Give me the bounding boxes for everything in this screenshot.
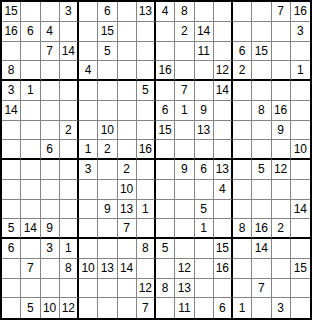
cell-r9c1[interactable] <box>2 160 21 180</box>
cell-r7c10[interactable] <box>175 121 194 141</box>
cell-r8c12[interactable] <box>214 140 233 160</box>
cell-r11c1[interactable] <box>2 200 21 220</box>
cell-r15c5[interactable] <box>79 279 98 299</box>
cell-r6c14: 8 <box>252 101 271 121</box>
cell-r3c4: 14 <box>60 42 79 62</box>
cell-r10c13[interactable] <box>233 180 252 200</box>
cell-r12c16[interactable] <box>291 219 310 239</box>
cell-r11c11: 5 <box>195 200 214 220</box>
cell-r9c12: 13 <box>214 160 233 180</box>
cell-r10c7: 10 <box>118 180 137 200</box>
cell-r5c6[interactable] <box>98 81 117 101</box>
cell-r11c16: 14 <box>291 200 310 220</box>
cell-r4c3[interactable] <box>41 61 60 81</box>
cell-r2c8[interactable] <box>137 22 156 42</box>
cell-r14c12: 16 <box>214 259 233 279</box>
cell-r4c6[interactable] <box>98 61 117 81</box>
cell-r7c9: 15 <box>156 121 175 141</box>
cell-r15c6[interactable] <box>98 279 117 299</box>
cell-r13c3: 3 <box>41 239 60 259</box>
cell-r8c6: 2 <box>98 140 117 160</box>
cell-r13c8: 8 <box>137 239 156 259</box>
cell-r16c11[interactable] <box>195 298 214 318</box>
cell-r12c13: 8 <box>233 219 252 239</box>
cell-r6c16[interactable] <box>291 101 310 121</box>
cell-r7c5[interactable] <box>79 121 98 141</box>
cell-r9c15: 12 <box>272 160 291 180</box>
cell-r1c15: 7 <box>272 2 291 22</box>
cell-r4c10[interactable] <box>175 61 194 81</box>
cell-r7c4: 2 <box>60 121 79 141</box>
cell-r11c7: 13 <box>118 200 137 220</box>
cell-r14c15[interactable] <box>272 259 291 279</box>
cell-r1c4: 3 <box>60 2 79 22</box>
cell-r15c13[interactable] <box>233 279 252 299</box>
cell-r14c8[interactable] <box>137 259 156 279</box>
cell-r3c5[interactable] <box>79 42 98 62</box>
cell-r5c13[interactable] <box>233 81 252 101</box>
cell-r1c1: 15 <box>2 2 21 22</box>
cell-r8c14[interactable] <box>252 140 271 160</box>
cell-r11c2[interactable] <box>21 200 40 220</box>
cell-r7c11: 13 <box>195 121 214 141</box>
cell-r10c16[interactable] <box>291 180 310 200</box>
cell-r9c5: 3 <box>79 160 98 180</box>
cell-r12c3: 9 <box>41 219 60 239</box>
cell-r5c9[interactable] <box>156 81 175 101</box>
cell-r14c7: 14 <box>118 259 137 279</box>
cell-r15c10: 13 <box>175 279 194 299</box>
cell-r13c12: 15 <box>214 239 233 259</box>
cell-r10c9[interactable] <box>156 180 175 200</box>
cell-r8c5: 1 <box>79 140 98 160</box>
cell-r6c15: 16 <box>272 101 291 121</box>
cell-r11c4[interactable] <box>60 200 79 220</box>
cell-r1c10: 8 <box>175 2 194 22</box>
cell-r2c2: 6 <box>21 22 40 42</box>
cell-r5c2: 1 <box>21 81 40 101</box>
cell-r14c16: 15 <box>291 259 310 279</box>
cell-r6c13[interactable] <box>233 101 252 121</box>
cell-r8c8: 16 <box>137 140 156 160</box>
cell-r2c6: 15 <box>98 22 117 42</box>
cell-r16c10: 11 <box>175 298 194 318</box>
cell-r13c15[interactable] <box>272 239 291 259</box>
cell-r9c7: 2 <box>118 160 137 180</box>
cell-r15c12[interactable] <box>214 279 233 299</box>
cell-r3c15[interactable] <box>272 42 291 62</box>
cell-r8c3: 6 <box>41 140 60 160</box>
cell-r9c9[interactable] <box>156 160 175 180</box>
cell-r3c7[interactable] <box>118 42 137 62</box>
cell-r14c11[interactable] <box>195 259 214 279</box>
cell-r2c7[interactable] <box>118 22 137 42</box>
cell-r12c4[interactable] <box>60 219 79 239</box>
cell-r6c9: 6 <box>156 101 175 121</box>
cell-r6c2[interactable] <box>21 101 40 121</box>
cell-r10c5[interactable] <box>79 180 98 200</box>
cell-r16c14[interactable] <box>252 298 271 318</box>
cell-r13c14: 14 <box>252 239 271 259</box>
cell-r14c13[interactable] <box>233 259 252 279</box>
cell-r9c3[interactable] <box>41 160 60 180</box>
cell-r5c10: 7 <box>175 81 194 101</box>
cell-r4c14[interactable] <box>252 61 271 81</box>
cell-r12c12[interactable] <box>214 219 233 239</box>
cell-r15c15[interactable] <box>272 279 291 299</box>
cell-r4c1: 8 <box>2 61 21 81</box>
cell-r15c11[interactable] <box>195 279 214 299</box>
cell-r12c6[interactable] <box>98 219 117 239</box>
cell-r2c5[interactable] <box>79 22 98 42</box>
cell-r11c9[interactable] <box>156 200 175 220</box>
cell-r10c1[interactable] <box>2 180 21 200</box>
cell-r16c8: 7 <box>137 298 156 318</box>
cell-r5c14[interactable] <box>252 81 271 101</box>
cell-r10c2[interactable] <box>21 180 40 200</box>
cell-r10c8[interactable] <box>137 180 156 200</box>
cell-r10c6[interactable] <box>98 180 117 200</box>
cell-r7c8[interactable] <box>137 121 156 141</box>
cell-r8c4[interactable] <box>60 140 79 160</box>
cell-r5c15[interactable] <box>272 81 291 101</box>
cell-r12c11: 1 <box>195 219 214 239</box>
cell-r9c8[interactable] <box>137 160 156 180</box>
cell-r11c15[interactable] <box>272 200 291 220</box>
cell-r4c11[interactable] <box>195 61 214 81</box>
cell-r2c9[interactable] <box>156 22 175 42</box>
cell-r6c4[interactable] <box>60 101 79 121</box>
cell-r9c2[interactable] <box>21 160 40 180</box>
cell-r7c7[interactable] <box>118 121 137 141</box>
cell-r5c11[interactable] <box>195 81 214 101</box>
cell-r11c13[interactable] <box>233 200 252 220</box>
cell-r15c2[interactable] <box>21 279 40 299</box>
cell-r8c15[interactable] <box>272 140 291 160</box>
cell-r3c8[interactable] <box>137 42 156 62</box>
cell-r8c10[interactable] <box>175 140 194 160</box>
cell-r13c16[interactable] <box>291 239 310 259</box>
cell-r11c5[interactable] <box>79 200 98 220</box>
cell-r14c14[interactable] <box>252 259 271 279</box>
cell-r1c16: 16 <box>291 2 310 22</box>
cell-r9c16[interactable] <box>291 160 310 180</box>
cell-r14c3[interactable] <box>41 259 60 279</box>
cell-r1c11[interactable] <box>195 2 214 22</box>
cell-r4c9: 16 <box>156 61 175 81</box>
cell-r14c5: 10 <box>79 259 98 279</box>
cell-r6c11: 9 <box>195 101 214 121</box>
cell-r1c3[interactable] <box>41 2 60 22</box>
cell-r4c5: 4 <box>79 61 98 81</box>
cell-r1c6: 6 <box>98 2 117 22</box>
cell-r13c7[interactable] <box>118 239 137 259</box>
cell-r7c1[interactable] <box>2 121 21 141</box>
cell-r4c15[interactable] <box>272 61 291 81</box>
cell-r2c3: 4 <box>41 22 60 42</box>
cell-r5c7[interactable] <box>118 81 137 101</box>
cell-r16c12: 6 <box>214 298 233 318</box>
cell-r2c4[interactable] <box>60 22 79 42</box>
cell-r9c6[interactable] <box>98 160 117 180</box>
cell-r4c12: 12 <box>214 61 233 81</box>
cell-r6c5[interactable] <box>79 101 98 121</box>
cell-r2c10: 2 <box>175 22 194 42</box>
cell-r3c3: 7 <box>41 42 60 62</box>
cell-r14c1[interactable] <box>2 259 21 279</box>
cell-r11c3[interactable] <box>41 200 60 220</box>
cell-r5c16[interactable] <box>291 81 310 101</box>
cell-r8c13[interactable] <box>233 140 252 160</box>
cell-r3c1[interactable] <box>2 42 21 62</box>
cell-r2c11: 14 <box>195 22 214 42</box>
cell-r2c13[interactable] <box>233 22 252 42</box>
cell-r16c1[interactable] <box>2 298 21 318</box>
cell-r12c1: 5 <box>2 219 21 239</box>
cell-r10c12: 4 <box>214 180 233 200</box>
cell-r1c5[interactable] <box>79 2 98 22</box>
cell-r12c8[interactable] <box>137 219 156 239</box>
cell-r10c10[interactable] <box>175 180 194 200</box>
cell-r4c2[interactable] <box>21 61 40 81</box>
cell-r3c9[interactable] <box>156 42 175 62</box>
cell-r11c8: 1 <box>137 200 156 220</box>
cell-r1c7[interactable] <box>118 2 137 22</box>
cell-r16c4: 12 <box>60 298 79 318</box>
cell-r16c7[interactable] <box>118 298 137 318</box>
cell-r13c4: 1 <box>60 239 79 259</box>
cell-r5c12: 14 <box>214 81 233 101</box>
cell-r15c7[interactable] <box>118 279 137 299</box>
cell-r12c15: 2 <box>272 219 291 239</box>
cell-r13c6[interactable] <box>98 239 117 259</box>
cell-r7c2[interactable] <box>21 121 40 141</box>
cell-r1c12[interactable] <box>214 2 233 22</box>
cell-r3c6: 5 <box>98 42 117 62</box>
cell-r1c8: 13 <box>137 2 156 22</box>
cell-r10c11[interactable] <box>195 180 214 200</box>
cell-r14c10: 12 <box>175 259 194 279</box>
cell-r11c10[interactable] <box>175 200 194 220</box>
cell-r14c6: 13 <box>98 259 117 279</box>
cell-r10c14[interactable] <box>252 180 271 200</box>
cell-r6c12[interactable] <box>214 101 233 121</box>
cell-r7c13[interactable] <box>233 121 252 141</box>
cell-r9c4[interactable] <box>60 160 79 180</box>
cell-r13c1: 6 <box>2 239 21 259</box>
cell-r3c10[interactable] <box>175 42 194 62</box>
cell-r7c3[interactable] <box>41 121 60 141</box>
cell-r9c11: 6 <box>195 160 214 180</box>
cell-r2c1: 16 <box>2 22 21 42</box>
cell-r13c13[interactable] <box>233 239 252 259</box>
cell-r14c4: 8 <box>60 259 79 279</box>
cell-r9c14: 5 <box>252 160 271 180</box>
cell-r16c16[interactable] <box>291 298 310 318</box>
cell-r13c9: 5 <box>156 239 175 259</box>
cell-r7c6: 10 <box>98 121 117 141</box>
cell-r16c5[interactable] <box>79 298 98 318</box>
cell-r5c1: 3 <box>2 81 21 101</box>
sudoku-board: 1536134871616641521437145116158416122131… <box>0 0 312 320</box>
cell-r3c12[interactable] <box>214 42 233 62</box>
cell-r7c12[interactable] <box>214 121 233 141</box>
cell-r15c9: 8 <box>156 279 175 299</box>
cell-r8c2[interactable] <box>21 140 40 160</box>
cell-r15c1[interactable] <box>2 279 21 299</box>
cell-r5c8: 5 <box>137 81 156 101</box>
cell-r7c16[interactable] <box>291 121 310 141</box>
cell-r6c3[interactable] <box>41 101 60 121</box>
cell-r4c16: 1 <box>291 61 310 81</box>
cell-r10c4[interactable] <box>60 180 79 200</box>
cell-r12c2: 14 <box>21 219 40 239</box>
cell-r3c16[interactable] <box>291 42 310 62</box>
cell-r5c3[interactable] <box>41 81 60 101</box>
cell-r6c1: 14 <box>2 101 21 121</box>
cell-r9c10: 9 <box>175 160 194 180</box>
cell-r10c15[interactable] <box>272 180 291 200</box>
cell-r12c14: 16 <box>252 219 271 239</box>
cell-r8c11[interactable] <box>195 140 214 160</box>
cell-r12c10[interactable] <box>175 219 194 239</box>
cell-r15c8: 12 <box>137 279 156 299</box>
cell-r9c13[interactable] <box>233 160 252 180</box>
cell-r4c8[interactable] <box>137 61 156 81</box>
cell-r4c7[interactable] <box>118 61 137 81</box>
cell-r2c12[interactable] <box>214 22 233 42</box>
cell-r11c14[interactable] <box>252 200 271 220</box>
cell-r14c2: 7 <box>21 259 40 279</box>
cell-r12c5[interactable] <box>79 219 98 239</box>
cell-r8c7[interactable] <box>118 140 137 160</box>
cell-r1c9: 4 <box>156 2 175 22</box>
cell-r4c13: 2 <box>233 61 252 81</box>
cell-r15c4[interactable] <box>60 279 79 299</box>
cell-r10c3[interactable] <box>41 180 60 200</box>
cell-r5c5[interactable] <box>79 81 98 101</box>
cell-r15c14: 7 <box>252 279 271 299</box>
cell-r13c11[interactable] <box>195 239 214 259</box>
cell-r16c13: 1 <box>233 298 252 318</box>
cell-r6c8[interactable] <box>137 101 156 121</box>
cell-r3c13: 6 <box>233 42 252 62</box>
cell-r12c7: 7 <box>118 219 137 239</box>
cell-r8c1[interactable] <box>2 140 21 160</box>
cell-r6c7[interactable] <box>118 101 137 121</box>
cell-r5c4[interactable] <box>60 81 79 101</box>
cell-r8c9[interactable] <box>156 140 175 160</box>
cell-r12c9[interactable] <box>156 219 175 239</box>
cell-r16c15: 3 <box>272 298 291 318</box>
cell-r11c12[interactable] <box>214 200 233 220</box>
cell-r11c6: 9 <box>98 200 117 220</box>
cell-r7c14[interactable] <box>252 121 271 141</box>
cell-r2c15[interactable] <box>272 22 291 42</box>
cell-r15c3[interactable] <box>41 279 60 299</box>
cell-r8c16: 10 <box>291 140 310 160</box>
cell-r1c14[interactable] <box>252 2 271 22</box>
cell-r13c2[interactable] <box>21 239 40 259</box>
cell-r4c4[interactable] <box>60 61 79 81</box>
cell-r1c13[interactable] <box>233 2 252 22</box>
cell-r16c3: 10 <box>41 298 60 318</box>
cell-r15c16[interactable] <box>291 279 310 299</box>
cell-r2c14[interactable] <box>252 22 271 42</box>
cell-r3c11: 11 <box>195 42 214 62</box>
cell-r14c9[interactable] <box>156 259 175 279</box>
cell-r6c6[interactable] <box>98 101 117 121</box>
cell-r13c10[interactable] <box>175 239 194 259</box>
cell-r3c14: 15 <box>252 42 271 62</box>
cell-r1c2[interactable] <box>21 2 40 22</box>
cell-r16c9[interactable] <box>156 298 175 318</box>
cell-r2c16: 3 <box>291 22 310 42</box>
cell-r6c10: 1 <box>175 101 194 121</box>
cell-r13c5[interactable] <box>79 239 98 259</box>
cell-r16c2: 5 <box>21 298 40 318</box>
cell-r7c15: 9 <box>272 121 291 141</box>
cell-r3c2[interactable] <box>21 42 40 62</box>
cell-r16c6[interactable] <box>98 298 117 318</box>
